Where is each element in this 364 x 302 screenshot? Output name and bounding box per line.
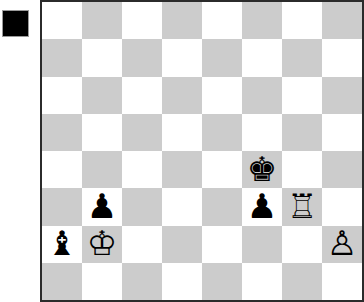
square-g2[interactable] <box>282 226 322 263</box>
square-e7[interactable] <box>202 39 242 76</box>
white-king-piece[interactable]: ♔ <box>87 226 117 260</box>
square-a2[interactable]: ♝ <box>42 226 82 263</box>
square-d8[interactable] <box>162 2 202 39</box>
square-c3[interactable] <box>122 188 162 225</box>
square-f3[interactable]: ♟ <box>242 188 282 225</box>
square-c7[interactable] <box>122 39 162 76</box>
chess-diagram: ♚♟♟♖♝♔♙ <box>0 0 364 302</box>
square-e2[interactable] <box>202 226 242 263</box>
square-f6[interactable] <box>242 77 282 114</box>
black-pawn-piece[interactable]: ♟ <box>247 189 277 223</box>
square-e6[interactable] <box>202 77 242 114</box>
white-pawn-piece[interactable]: ♙ <box>327 226 357 260</box>
square-f4[interactable]: ♚ <box>242 151 282 188</box>
square-h2[interactable]: ♙ <box>322 226 362 263</box>
square-b4[interactable] <box>82 151 122 188</box>
square-g3[interactable]: ♖ <box>282 188 322 225</box>
square-e3[interactable] <box>202 188 242 225</box>
square-h4[interactable] <box>322 151 362 188</box>
square-g1[interactable] <box>282 263 322 300</box>
square-a5[interactable] <box>42 114 82 151</box>
square-c4[interactable] <box>122 151 162 188</box>
square-f1[interactable] <box>242 263 282 300</box>
square-a3[interactable] <box>42 188 82 225</box>
square-b1[interactable] <box>82 263 122 300</box>
square-g6[interactable] <box>282 77 322 114</box>
square-f7[interactable] <box>242 39 282 76</box>
square-a4[interactable] <box>42 151 82 188</box>
square-c8[interactable] <box>122 2 162 39</box>
black-to-move-indicator <box>2 10 29 37</box>
square-h5[interactable] <box>322 114 362 151</box>
square-e8[interactable] <box>202 2 242 39</box>
square-c2[interactable] <box>122 226 162 263</box>
square-g4[interactable] <box>282 151 322 188</box>
square-d6[interactable] <box>162 77 202 114</box>
black-pawn-piece[interactable]: ♟ <box>87 189 117 223</box>
square-h8[interactable] <box>322 2 362 39</box>
board-grid: ♚♟♟♖♝♔♙ <box>42 2 362 300</box>
square-c1[interactable] <box>122 263 162 300</box>
square-b2[interactable]: ♔ <box>82 226 122 263</box>
square-f5[interactable] <box>242 114 282 151</box>
square-c5[interactable] <box>122 114 162 151</box>
square-b7[interactable] <box>82 39 122 76</box>
square-e5[interactable] <box>202 114 242 151</box>
square-d5[interactable] <box>162 114 202 151</box>
square-a1[interactable] <box>42 263 82 300</box>
square-d4[interactable] <box>162 151 202 188</box>
square-a6[interactable] <box>42 77 82 114</box>
square-b3[interactable]: ♟ <box>82 188 122 225</box>
square-d3[interactable] <box>162 188 202 225</box>
square-g7[interactable] <box>282 39 322 76</box>
square-e4[interactable] <box>202 151 242 188</box>
white-rook-piece[interactable]: ♖ <box>287 189 317 223</box>
black-king-piece[interactable]: ♚ <box>247 152 277 186</box>
square-d2[interactable] <box>162 226 202 263</box>
square-g5[interactable] <box>282 114 322 151</box>
square-a8[interactable] <box>42 2 82 39</box>
square-h3[interactable] <box>322 188 362 225</box>
square-a7[interactable] <box>42 39 82 76</box>
square-h6[interactable] <box>322 77 362 114</box>
square-f2[interactable] <box>242 226 282 263</box>
square-h7[interactable] <box>322 39 362 76</box>
square-d1[interactable] <box>162 263 202 300</box>
square-b6[interactable] <box>82 77 122 114</box>
square-d7[interactable] <box>162 39 202 76</box>
square-c6[interactable] <box>122 77 162 114</box>
black-bishop-piece[interactable]: ♝ <box>47 226 77 260</box>
chess-board: ♚♟♟♖♝♔♙ <box>40 0 364 302</box>
square-b5[interactable] <box>82 114 122 151</box>
square-f8[interactable] <box>242 2 282 39</box>
square-e1[interactable] <box>202 263 242 300</box>
square-g8[interactable] <box>282 2 322 39</box>
square-b8[interactable] <box>82 2 122 39</box>
square-h1[interactable] <box>322 263 362 300</box>
